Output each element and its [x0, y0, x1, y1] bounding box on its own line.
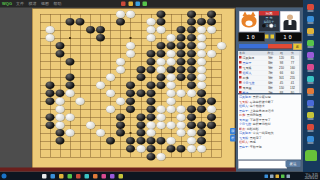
player-stat: 8段 — [265, 86, 276, 91]
side-tab-0[interactable]: 聊 — [230, 128, 236, 135]
white-stone — [56, 105, 65, 113]
white-stone — [197, 74, 206, 82]
black-stone — [96, 26, 105, 34]
taskbar-app-icon[interactable] — [59, 174, 64, 179]
white-stone — [76, 98, 85, 106]
white-stone — [96, 82, 105, 90]
black-stone — [157, 18, 166, 26]
black-stone — [116, 129, 125, 137]
black-stone — [146, 58, 155, 66]
black-stone — [157, 82, 166, 90]
player-stat: 6段 — [265, 81, 276, 86]
white-stone — [45, 34, 54, 42]
black-stone — [177, 74, 186, 82]
black-player-avatar[interactable] — [239, 11, 259, 32]
menu-item-0[interactable]: 文件 — [16, 2, 24, 7]
black-stone — [45, 113, 54, 121]
settings-icon[interactable] — [135, 2, 140, 7]
black-stone — [187, 121, 196, 129]
black-stone — [146, 137, 155, 145]
player-flag-icon — [239, 61, 242, 64]
player-name: 清风明月 — [238, 56, 265, 61]
white-stone — [167, 74, 176, 82]
player-stat: 132 — [287, 86, 298, 91]
go-board[interactable] — [32, 9, 235, 169]
player-stat: 45 — [276, 81, 287, 86]
black-stone — [86, 26, 95, 34]
black-stone — [76, 18, 85, 26]
white-stone — [167, 34, 176, 42]
desktop-icon[interactable] — [307, 28, 314, 34]
black-stone — [187, 82, 196, 90]
black-stone — [197, 98, 206, 106]
player-stat: 301 — [276, 76, 287, 81]
hoshi-point — [69, 37, 71, 39]
player-stat: 85 — [287, 56, 298, 61]
black-stone — [96, 34, 105, 42]
black-stone — [197, 18, 206, 26]
white-stone — [126, 50, 135, 58]
black-stone — [187, 10, 196, 18]
captures-row: 0 0 — [259, 24, 279, 29]
grid-line-h — [40, 157, 222, 158]
tray-icon[interactable] — [265, 175, 269, 179]
black-stone — [187, 18, 196, 26]
black-stone — [177, 66, 186, 74]
side-tab-1[interactable]: 棋 — [230, 135, 236, 142]
black-stone-icon — [262, 24, 266, 28]
white-stone — [197, 34, 206, 42]
white-stone — [45, 26, 54, 34]
close-icon[interactable] — [121, 2, 126, 7]
chat-area[interactable]: 清风明月: 黑棋中腹好厚飞天狐: 右边白棋被分断了烂柯人: 这个劫很大黑白子: … — [238, 95, 301, 160]
white-stone — [217, 42, 226, 50]
black-byoyomi-chip — [265, 35, 269, 39]
white-stone — [167, 121, 176, 129]
black-stone — [146, 145, 155, 153]
white-stone — [187, 129, 196, 137]
white-stone — [116, 10, 125, 18]
black-stone — [197, 90, 206, 98]
white-stone — [56, 98, 65, 106]
menu-bar: 文件棋谱视图帮助 — [16, 2, 66, 7]
white-stone — [177, 105, 186, 113]
taskbar: 下午 3:15 2023/5/12 — [0, 172, 320, 180]
white-stone — [146, 18, 155, 26]
taskbar-app-icon[interactable] — [119, 174, 124, 179]
white-stone — [207, 26, 216, 34]
black-stone — [45, 98, 54, 106]
chat-input[interactable] — [238, 161, 287, 169]
white-stone — [207, 105, 216, 113]
player-stat: 255 — [287, 76, 298, 81]
black-stone — [197, 121, 206, 129]
black-stone — [136, 66, 145, 74]
black-stone — [126, 105, 135, 113]
player-flag-icon — [239, 91, 242, 94]
chat-message: 黑白子: 等数子吧 — [239, 145, 300, 150]
window-titlebar: WQG 文件棋谱视图帮助 — [0, 0, 320, 8]
black-stone — [56, 42, 65, 50]
hoshi-point — [130, 132, 132, 134]
white-stone — [197, 145, 206, 153]
white-stone — [116, 98, 125, 106]
white-stone — [167, 90, 176, 98]
black-stone — [197, 129, 206, 137]
black-stone — [146, 153, 155, 161]
player-name: 天元星 — [238, 86, 265, 91]
desktop-icon[interactable] — [307, 88, 314, 94]
game-info-box: 对局 黑 先 贴6目半 0 0 — [259, 11, 279, 31]
white-captures: 0 — [274, 24, 276, 27]
white-stone — [157, 113, 166, 121]
white-stone — [157, 121, 166, 129]
white-stone — [177, 90, 186, 98]
black-stone — [56, 137, 65, 145]
black-stone — [45, 90, 54, 98]
menu-item-1[interactable]: 棋谱 — [29, 2, 37, 7]
black-stone — [56, 129, 65, 137]
white-stone — [56, 113, 65, 121]
white-stone — [86, 121, 95, 129]
panel-topbar-icons — [120, 1, 147, 9]
black-stone — [126, 90, 135, 98]
player-flag-icon — [239, 76, 242, 79]
black-stone — [167, 66, 176, 74]
black-timer: 10 — [238, 33, 265, 42]
black-stone — [207, 121, 216, 129]
black-stone — [146, 90, 155, 98]
desktop-icon[interactable] — [307, 40, 314, 46]
taskbar-app-icon[interactable] — [68, 174, 73, 179]
start-button[interactable] — [2, 174, 7, 179]
black-stone — [167, 145, 176, 153]
black-stone — [177, 145, 186, 153]
white-stone — [187, 90, 196, 98]
black-stone — [146, 98, 155, 106]
tray-icon[interactable] — [276, 175, 280, 179]
white-stone — [56, 121, 65, 129]
black-stone — [116, 113, 125, 121]
white-stone — [146, 121, 155, 129]
player-stat: 60 — [287, 71, 298, 76]
black-stone — [187, 113, 196, 121]
player-flag-icon — [239, 71, 242, 74]
black-stone — [66, 74, 75, 82]
white-stone — [66, 113, 75, 121]
player-name: 小目飞挂 — [238, 81, 265, 86]
black-stone — [126, 145, 135, 153]
black-stone — [187, 66, 196, 74]
white-stone — [96, 129, 105, 137]
black-stone — [136, 90, 145, 98]
white-stone-icon — [269, 24, 274, 29]
white-stone — [157, 105, 166, 113]
white-stone — [106, 74, 115, 82]
black-stone — [146, 105, 155, 113]
white-stone — [146, 129, 155, 137]
black-stone — [187, 74, 196, 82]
white-stone — [157, 66, 166, 74]
white-stone — [197, 50, 206, 58]
android-robot-icon[interactable] — [305, 150, 317, 161]
black-stone — [157, 74, 166, 82]
white-stone — [167, 58, 176, 66]
white-stone — [177, 121, 186, 129]
black-stone — [157, 42, 166, 50]
black-stone — [187, 26, 196, 34]
black-stone — [136, 129, 145, 137]
black-stone — [187, 105, 196, 113]
white-stone — [197, 66, 206, 74]
black-stone — [66, 82, 75, 90]
black-stone — [146, 50, 155, 58]
black-stone — [157, 137, 166, 145]
black-stone — [66, 18, 75, 26]
player-flag-icon — [239, 56, 242, 59]
white-stone — [146, 26, 155, 34]
white-stone — [167, 82, 176, 90]
black-stone — [106, 137, 115, 145]
black-stone — [45, 121, 54, 129]
player-stat: 210 — [276, 66, 287, 71]
player-stat: 8段 — [265, 61, 276, 66]
white-stone — [116, 58, 125, 66]
black-stone — [146, 113, 155, 121]
tray-icon[interactable] — [287, 175, 291, 179]
player-flag-icon — [239, 81, 242, 84]
black-stone — [197, 137, 206, 145]
winrate-black-segment — [239, 44, 268, 49]
hoshi-point — [130, 37, 132, 39]
table-scrollbar[interactable] — [299, 51, 302, 93]
board-status-strip — [0, 168, 236, 172]
player-stat: 7段 — [265, 71, 276, 76]
taskbar-app-icon[interactable] — [51, 174, 56, 179]
taskbar-app-icon[interactable] — [76, 174, 81, 179]
spectator-table[interactable]: 名称段位胜负清风明月9段12085黑白子8段9877飞天狐9段210160烂柯人… — [238, 51, 299, 93]
share-icon[interactable] — [143, 2, 148, 7]
black-stone — [146, 82, 155, 90]
white-stone — [197, 26, 206, 34]
white-player-avatar[interactable] — [280, 11, 300, 32]
white-byoyomi-chip — [271, 35, 275, 39]
player-stat: 9段 — [265, 76, 276, 81]
screenshot-viewport: WQG 文件棋谱视图帮助 对局 黑 先 贴6目半 0 — [0, 0, 320, 180]
white-stone — [167, 105, 176, 113]
side-tabs: 聊棋 — [230, 128, 236, 142]
grid-line-v — [212, 14, 213, 157]
menu-item-2[interactable]: 视图 — [41, 2, 49, 7]
black-stone — [116, 121, 125, 129]
taskbar-app-icon[interactable] — [110, 174, 115, 179]
white-stone — [177, 113, 186, 121]
player-stat: 120 — [276, 56, 287, 61]
player-stat: 9段 — [265, 66, 276, 71]
menu-item-3[interactable]: 帮助 — [54, 2, 62, 7]
desktop-icon[interactable] — [307, 112, 314, 118]
tray-icon[interactable] — [270, 175, 274, 179]
desktop-icon[interactable] — [307, 64, 314, 70]
black-stone — [157, 50, 166, 58]
app-stage: WQG 文件棋谱视图帮助 对局 黑 先 贴6目半 0 — [0, 0, 320, 180]
white-stone — [116, 66, 125, 74]
desktop-icon[interactable] — [307, 76, 314, 82]
white-stone — [167, 50, 176, 58]
white-stone — [106, 105, 115, 113]
send-button[interactable]: 发送 — [286, 161, 301, 168]
white-stone — [167, 137, 176, 145]
white-stone — [66, 129, 75, 137]
app-logo: WQG — [2, 2, 12, 7]
desktop-icon[interactable] — [307, 100, 314, 106]
player-name: 烂柯人 — [238, 71, 265, 76]
grid-line-v — [222, 14, 223, 157]
black-stone — [146, 66, 155, 74]
white-stone — [167, 98, 176, 106]
white-stone — [157, 26, 166, 34]
white-stone — [146, 34, 155, 42]
desktop-icon[interactable] — [307, 4, 314, 10]
player-name: 石佛 — [238, 76, 265, 81]
white-timer: 10 — [275, 33, 302, 42]
player-flag-icon — [239, 86, 242, 89]
black-stone — [187, 50, 196, 58]
player-stat: 98 — [276, 61, 287, 66]
black-stone — [126, 98, 135, 106]
player-flag-icon — [239, 66, 242, 69]
black-stone — [177, 34, 186, 42]
white-stone — [187, 137, 196, 145]
chat-input-row: 发送 — [238, 161, 301, 168]
black-stone — [66, 58, 75, 66]
tray-icon[interactable] — [281, 175, 285, 179]
player-stat: 41 — [287, 81, 298, 86]
black-stone — [177, 42, 186, 50]
game-panel: 对局 黑 先 贴6目半 0 0 10 10 AI 名称段位胜负清风明月9段120… — [236, 8, 303, 172]
player-name: 飞天狐 — [238, 66, 265, 71]
player-stat: 9段 — [265, 56, 276, 61]
player-stat: 77 — [287, 61, 298, 66]
player-name: 黑白子 — [238, 61, 265, 66]
white-stone — [197, 42, 206, 50]
desktop-icon[interactable] — [307, 136, 314, 142]
white-stone — [136, 145, 145, 153]
black-stone — [157, 10, 166, 18]
taskbar-clock: 下午 3:15 2023/5/12 — [305, 173, 318, 179]
black-stone — [56, 50, 65, 58]
black-stone — [136, 74, 145, 82]
black-stone — [116, 18, 125, 26]
white-stone — [187, 145, 196, 153]
white-stone — [197, 82, 206, 90]
black-stone — [187, 58, 196, 66]
black-stone — [187, 34, 196, 42]
black-stone — [136, 113, 145, 121]
black-stone — [45, 82, 54, 90]
player-stat: 160 — [287, 66, 298, 71]
desktop-icon[interactable] — [307, 124, 314, 130]
black-stone — [136, 121, 145, 129]
player-stat: 150 — [276, 86, 287, 91]
black-stone — [56, 90, 65, 98]
black-stone — [207, 10, 216, 18]
desktop-strip — [303, 0, 320, 172]
minimize-icon[interactable] — [128, 2, 133, 7]
taskbar-app-icon[interactable] — [93, 174, 98, 179]
black-stone — [177, 58, 186, 66]
white-stone — [106, 90, 115, 98]
white-stone — [157, 153, 166, 161]
black-stone — [197, 105, 206, 113]
white-stone — [126, 42, 135, 50]
black-stone — [136, 137, 145, 145]
black-stone — [177, 26, 186, 34]
fox-avatar-icon — [242, 15, 257, 28]
desktop-icon[interactable] — [307, 16, 314, 22]
black-stone — [207, 98, 216, 106]
winrate-white-segment — [268, 44, 292, 49]
player-stat: 66 — [276, 71, 287, 76]
white-stone — [197, 58, 206, 66]
white-stone — [66, 90, 75, 98]
taskbar-app-icon[interactable] — [85, 174, 90, 179]
ai-button[interactable]: AI — [293, 44, 302, 51]
white-stone — [157, 58, 166, 66]
black-stone — [126, 82, 135, 90]
black-stone — [187, 42, 196, 50]
white-stone — [177, 129, 186, 137]
black-captures: 0 — [266, 24, 268, 27]
black-stone — [207, 18, 216, 26]
desktop-icon[interactable] — [307, 52, 314, 58]
white-stone — [126, 10, 135, 18]
black-stone — [177, 50, 186, 58]
white-stone — [207, 50, 216, 58]
black-stone — [207, 113, 216, 121]
black-stone — [126, 137, 135, 145]
taskbar-app-icon[interactable] — [102, 174, 107, 179]
winrate-bar — [239, 44, 292, 49]
black-stone — [167, 42, 176, 50]
taskbar-app-icon[interactable] — [42, 174, 47, 179]
